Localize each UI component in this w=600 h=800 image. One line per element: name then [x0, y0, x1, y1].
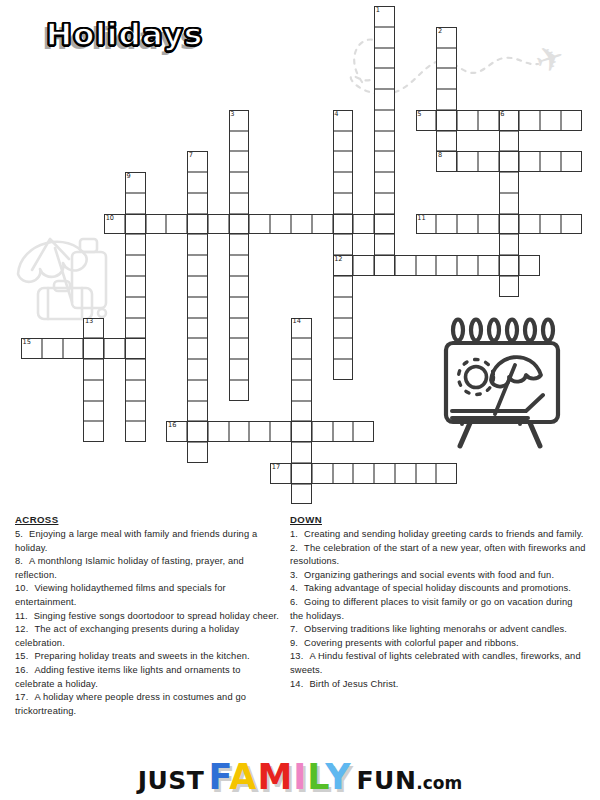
clue-number-label: 9.	[290, 638, 298, 648]
grid-cell[interactable]	[436, 463, 457, 484]
grid-cell[interactable]	[333, 172, 354, 193]
clue-text: Observing traditions like lighting menor…	[304, 624, 567, 634]
grid-cell[interactable]	[333, 463, 354, 484]
grid-cell[interactable]	[436, 255, 457, 276]
grid-cell[interactable]	[208, 214, 229, 235]
clue: 2.The celebration of the start of a new …	[290, 542, 587, 569]
grid-cell[interactable]	[499, 234, 520, 255]
grid-cell[interactable]	[374, 68, 395, 89]
grid-cell[interactable]	[291, 380, 312, 401]
grid-cell[interactable]	[395, 255, 416, 276]
grid-cell[interactable]	[499, 276, 520, 297]
clue-number: 7	[189, 152, 193, 159]
grid-cell[interactable]	[436, 68, 457, 89]
grid-cell[interactable]	[125, 338, 146, 359]
grid-cell[interactable]	[187, 234, 208, 255]
grid-cell[interactable]	[187, 193, 208, 214]
clue: 17.A holiday where people dress in costu…	[15, 691, 281, 718]
clue: 1.Creating and sending holiday greeting …	[290, 528, 587, 542]
grid-cell[interactable]	[104, 338, 125, 359]
grid-cell[interactable]	[353, 214, 374, 235]
grid-cell[interactable]	[83, 380, 104, 401]
grid-cell[interactable]	[499, 131, 520, 152]
grid-cell[interactable]	[83, 359, 104, 380]
grid-cell[interactable]	[229, 172, 250, 193]
grid-cell[interactable]	[125, 401, 146, 422]
grid-cell[interactable]	[270, 214, 291, 235]
grid-cell[interactable]	[291, 338, 312, 359]
grid-cell[interactable]	[353, 255, 374, 276]
grid-cell[interactable]	[187, 401, 208, 422]
grid-cell[interactable]	[291, 484, 312, 505]
clue-number-label: 8.	[15, 556, 23, 566]
grid-cell[interactable]	[416, 463, 437, 484]
clue: 9.Covering presents with colorful paper …	[290, 637, 587, 651]
grid-cell[interactable]	[374, 214, 395, 235]
logo-com: .com	[416, 773, 462, 793]
grid-cell[interactable]	[125, 214, 146, 235]
grid-cell[interactable]	[333, 234, 354, 255]
clue: 3.Organizing gatherings and social event…	[290, 569, 587, 583]
grid-cell[interactable]	[270, 421, 291, 442]
grid-cell[interactable]	[519, 151, 540, 172]
grid-cell[interactable]	[229, 359, 250, 380]
across-clues: ACROSS 5.Enjoying a large meal with fami…	[15, 513, 281, 718]
logo-just: JUST	[138, 766, 205, 795]
grid-cell[interactable]	[187, 255, 208, 276]
down-header: DOWN	[290, 513, 587, 527]
grid-cell[interactable]	[436, 89, 457, 110]
logo-family-letter: I	[293, 757, 307, 797]
grid-cell[interactable]	[333, 193, 354, 214]
grid-cell[interactable]	[353, 421, 374, 442]
grid-cell[interactable]	[187, 276, 208, 297]
grid-cell[interactable]	[187, 338, 208, 359]
grid-cell[interactable]	[561, 214, 582, 235]
clue-text: Taking advantage of special holiday disc…	[304, 583, 571, 593]
grid-cell[interactable]	[229, 131, 250, 152]
clue-text: Covering presents with colorful paper an…	[304, 638, 519, 648]
grid-cell[interactable]	[125, 421, 146, 442]
grid-cell[interactable]	[229, 234, 250, 255]
clue-number-label: 6.	[290, 597, 298, 607]
clue-number: 15	[23, 339, 31, 346]
clue: 7.Observing traditions like lighting men…	[290, 623, 587, 637]
crossword-page: Holidays ✈	[0, 0, 600, 800]
grid-cell[interactable]	[540, 151, 561, 172]
grid-cell[interactable]	[333, 131, 354, 152]
clue-number: 13	[85, 318, 93, 325]
grid-cell[interactable]	[374, 131, 395, 152]
grid-cell[interactable]	[312, 421, 333, 442]
logo-family-letter: F	[208, 757, 229, 797]
grid-cell[interactable]	[229, 421, 250, 442]
grid-cell[interactable]	[374, 151, 395, 172]
clue-number: 9	[126, 173, 130, 180]
grid-cell[interactable]	[478, 110, 499, 131]
grid-cell[interactable]	[374, 89, 395, 110]
logo-family-letter: M	[257, 757, 293, 797]
grid-cell[interactable]	[229, 214, 250, 235]
grid-cell[interactable]	[333, 338, 354, 359]
clue-number-label: 16.	[15, 665, 28, 675]
grid-cell[interactable]	[333, 151, 354, 172]
clue-number: 6	[500, 111, 504, 118]
grid-cell[interactable]	[125, 297, 146, 318]
clue-number-label: 1.	[290, 529, 298, 539]
grid-cell[interactable]	[478, 255, 499, 276]
brand-logo: JUSTFAMILYFUN.com	[0, 757, 600, 797]
grid-cell[interactable]	[374, 27, 395, 48]
grid-cell[interactable]	[374, 234, 395, 255]
grid-cell[interactable]	[229, 380, 250, 401]
grid-cell[interactable]	[229, 297, 250, 318]
clue: 10.Viewing holidaythemed films and speci…	[15, 582, 281, 609]
clue-text: Viewing holidaythemed films and specials…	[15, 583, 226, 607]
grid-cell[interactable]	[312, 214, 333, 235]
clue: 5.Enjoying a large meal with family and …	[15, 528, 281, 555]
clue-number-label: 17.	[15, 692, 28, 702]
clue-number: 8	[438, 152, 442, 159]
clue-number: 10	[106, 215, 114, 222]
grid-cell[interactable]	[187, 421, 208, 442]
grid-cell[interactable]	[519, 255, 540, 276]
grid-cell[interactable]	[125, 193, 146, 214]
crossword-grid: 1234567891011121314151617	[21, 6, 582, 504]
grid-cell[interactable]	[291, 442, 312, 463]
grid-cell[interactable]	[208, 421, 229, 442]
grid-cell[interactable]	[499, 214, 520, 235]
clue: 14.Birth of Jesus Christ.	[290, 678, 587, 692]
clue-number-label: 12.	[15, 624, 28, 634]
clue: 6.Going to different places to visit fam…	[290, 596, 587, 623]
clue-number: 4	[334, 111, 338, 118]
clue-number: 16	[168, 422, 176, 429]
logo-family-letter: Y	[325, 757, 351, 797]
clue: 8.A monthlong Islamic holiday of fasting…	[15, 555, 281, 582]
clue: 15.Preparing holiday treats and sweets i…	[15, 650, 281, 664]
clue-number: 17	[272, 464, 280, 471]
grid-cell[interactable]	[353, 463, 374, 484]
grid-cell[interactable]	[125, 359, 146, 380]
grid-cell[interactable]	[187, 172, 208, 193]
grid-cell[interactable]	[478, 151, 499, 172]
grid-cell[interactable]	[436, 214, 457, 235]
grid-cell[interactable]	[229, 318, 250, 339]
clue-number-label: 14.	[290, 679, 303, 689]
grid-cell[interactable]	[312, 463, 333, 484]
clue-number: 14	[293, 318, 301, 325]
grid-cell[interactable]	[519, 214, 540, 235]
across-header: ACROSS	[15, 513, 281, 527]
grid-cell[interactable]	[229, 193, 250, 214]
grid-cell[interactable]	[187, 442, 208, 463]
grid-cell[interactable]	[333, 276, 354, 297]
clue-text: The act of exchanging presents during a …	[15, 624, 239, 648]
grid-cell[interactable]	[333, 421, 354, 442]
clue-text: The celebration of the start of a new ye…	[290, 543, 586, 567]
grid-cell[interactable]	[229, 151, 250, 172]
clue-number-label: 10.	[15, 583, 28, 593]
clue-number-label: 2.	[290, 543, 298, 553]
logo-fun: FUN	[357, 766, 417, 795]
clue-number-label: 11.	[15, 611, 28, 621]
clue-text: Adding festive items like lights and orn…	[15, 665, 241, 689]
grid-cell[interactable]	[291, 359, 312, 380]
grid-cell[interactable]	[291, 463, 312, 484]
grid-cell[interactable]	[187, 359, 208, 380]
grid-cell[interactable]	[291, 214, 312, 235]
grid-cell[interactable]	[333, 318, 354, 339]
grid-cell[interactable]	[83, 338, 104, 359]
grid-cell[interactable]	[83, 421, 104, 442]
clue-number-label: 13.	[290, 651, 303, 661]
clue: 13.A Hindu festival of lights celebrated…	[290, 650, 587, 677]
grid-cell[interactable]	[540, 214, 561, 235]
grid-cell[interactable]	[436, 131, 457, 152]
grid-cell[interactable]	[125, 276, 146, 297]
clue: 11.Singing festive songs doortodoor to s…	[15, 610, 281, 624]
grid-cell[interactable]	[187, 380, 208, 401]
grid-cell[interactable]	[249, 421, 270, 442]
clue-number: 1	[376, 7, 380, 14]
clue-number: 11	[417, 215, 425, 222]
grid-cell[interactable]	[499, 172, 520, 193]
grid-cell[interactable]	[125, 255, 146, 276]
clue-text: A monthlong Islamic holiday of fasting, …	[15, 556, 244, 580]
grid-cell[interactable]	[187, 214, 208, 235]
grid-cell[interactable]	[333, 297, 354, 318]
grid-cell[interactable]	[457, 255, 478, 276]
clue-number-label: 3.	[290, 570, 298, 580]
grid-cell[interactable]	[291, 401, 312, 422]
grid-cell[interactable]	[561, 151, 582, 172]
clue-number: 12	[334, 256, 342, 263]
clue-text: Birth of Jesus Christ.	[309, 679, 398, 689]
grid-cell[interactable]	[125, 380, 146, 401]
grid-cell[interactable]	[478, 214, 499, 235]
clue-text: A holiday where people dress in costumes…	[15, 692, 246, 716]
grid-cell[interactable]	[42, 338, 63, 359]
grid-cell[interactable]	[374, 172, 395, 193]
grid-cell[interactable]	[187, 297, 208, 318]
grid-cell[interactable]	[333, 359, 354, 380]
grid-cell[interactable]	[249, 214, 270, 235]
clue-text: Preparing holiday treats and sweets in t…	[34, 651, 249, 661]
clue-number-label: 5.	[15, 529, 23, 539]
grid-cell[interactable]	[333, 214, 354, 235]
grid-cell[interactable]	[374, 255, 395, 276]
grid-cell[interactable]	[561, 110, 582, 131]
grid-cell[interactable]	[416, 255, 437, 276]
grid-cell[interactable]	[83, 401, 104, 422]
clue: 12.The act of exchanging presents during…	[15, 623, 281, 650]
grid-cell[interactable]	[63, 338, 84, 359]
down-clues: DOWN 1.Creating and sending holiday gree…	[290, 513, 587, 691]
grid-cell[interactable]	[499, 151, 520, 172]
grid-cell[interactable]	[374, 48, 395, 69]
grid-cell[interactable]	[395, 463, 416, 484]
clue-text: Creating and sending holiday greeting ca…	[304, 529, 584, 539]
grid-cell[interactable]	[125, 318, 146, 339]
clue-number-label: 15.	[15, 651, 28, 661]
clue-number: 3	[230, 111, 234, 118]
grid-cell[interactable]	[499, 255, 520, 276]
clue-text: Going to different places to visit famil…	[290, 597, 573, 621]
clue-text: Enjoying a large meal with family and fr…	[15, 529, 257, 553]
grid-cell[interactable]	[229, 255, 250, 276]
logo-family-letter: A	[229, 757, 257, 797]
grid-cell[interactable]	[540, 110, 561, 131]
clue-text: Organizing gatherings and social events …	[304, 570, 554, 580]
grid-cell[interactable]	[457, 151, 478, 172]
grid-cell[interactable]	[374, 463, 395, 484]
clue: 16.Adding festive items like lights and …	[15, 664, 281, 691]
grid-cell[interactable]	[229, 276, 250, 297]
clue-number-label: 4.	[290, 583, 298, 593]
clue-number-label: 7.	[290, 624, 298, 634]
grid-cell[interactable]	[457, 214, 478, 235]
grid-cell[interactable]	[374, 193, 395, 214]
grid-cell[interactable]	[291, 421, 312, 442]
grid-cell[interactable]	[436, 110, 457, 131]
grid-cell[interactable]	[187, 318, 208, 339]
clue-text: A Hindu festival of lights celebrated wi…	[290, 651, 581, 675]
grid-cell[interactable]	[146, 214, 167, 235]
clue: 4.Taking advantage of special holiday di…	[290, 582, 587, 596]
logo-family-letter: L	[307, 757, 325, 797]
grid-cell[interactable]	[499, 193, 520, 214]
clue-number: 5	[417, 111, 421, 118]
clue-text: Singing festive songs doortodoor to spre…	[34, 611, 279, 621]
grid-cell[interactable]	[436, 48, 457, 69]
grid-cell[interactable]	[374, 110, 395, 131]
grid-cell[interactable]	[166, 214, 187, 235]
grid-cell[interactable]	[457, 110, 478, 131]
grid-cell[interactable]	[229, 338, 250, 359]
grid-cell[interactable]	[519, 110, 540, 131]
grid-cell[interactable]	[125, 234, 146, 255]
clue-number: 2	[438, 28, 442, 35]
